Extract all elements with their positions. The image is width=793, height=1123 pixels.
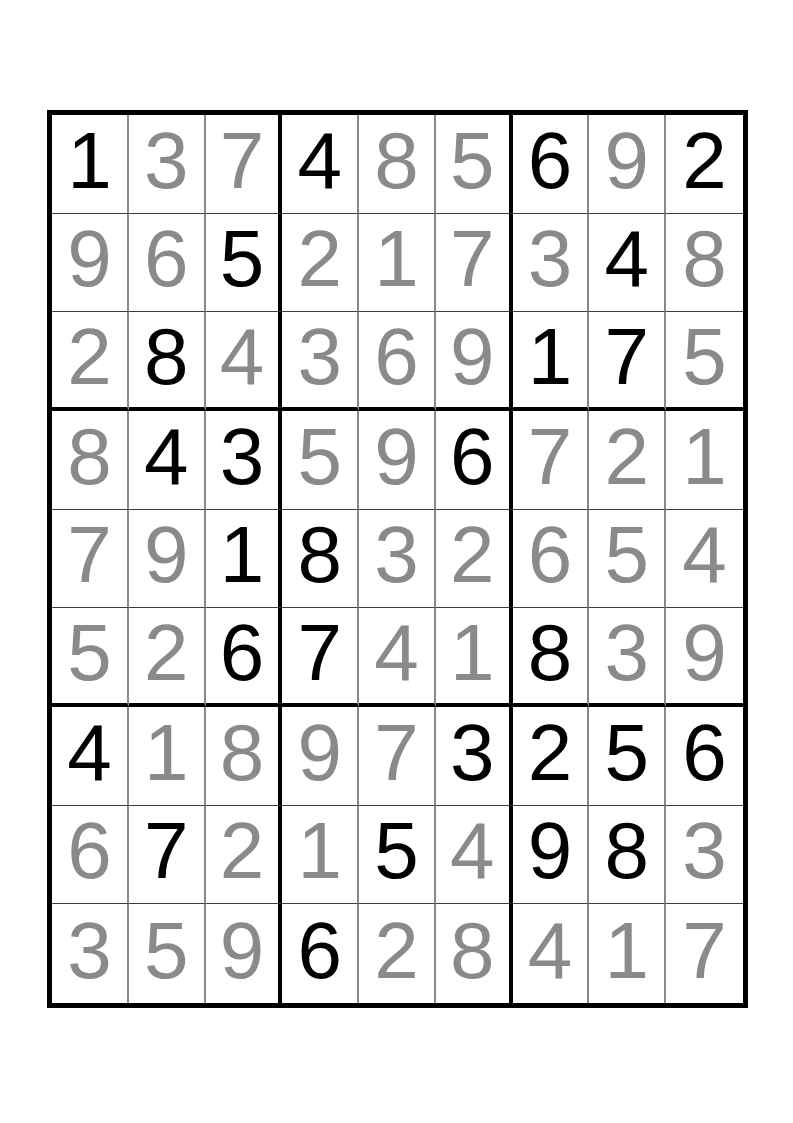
cell-r2c3: 5 [206,214,283,313]
cell-r6c6: 1 [436,608,513,707]
cell-r6c1: 5 [52,608,129,707]
cell-r7c5: 7 [359,707,436,806]
cell-r5c4: 8 [282,510,359,609]
cell-r8c8: 8 [589,806,666,905]
cell-r9c7: 4 [513,904,590,1003]
cell-r7c8: 5 [589,707,666,806]
cell-r2c8: 4 [589,214,666,313]
cell-r9c6: 8 [436,904,513,1003]
cell-r1c6: 5 [436,115,513,214]
cell-r1c2: 3 [129,115,206,214]
cell-r6c8: 3 [589,608,666,707]
cell-r7c3: 8 [206,707,283,806]
cell-r5c8: 5 [589,510,666,609]
cell-r2c7: 3 [513,214,590,313]
sudoku-board: 1374856929652173482843691758435967217918… [47,110,748,1008]
cell-r8c4: 1 [282,806,359,905]
cell-r2c2: 6 [129,214,206,313]
cell-r3c3: 4 [206,312,283,411]
cell-r3c6: 9 [436,312,513,411]
cell-r3c9: 5 [666,312,743,411]
cell-r8c7: 9 [513,806,590,905]
cell-r5c1: 7 [52,510,129,609]
cell-r3c8: 7 [589,312,666,411]
cell-r8c1: 6 [52,806,129,905]
cell-r1c5: 8 [359,115,436,214]
cell-r9c5: 2 [359,904,436,1003]
cell-r7c7: 2 [513,707,590,806]
cell-r6c3: 6 [206,608,283,707]
cell-r1c4: 4 [282,115,359,214]
cell-r2c6: 7 [436,214,513,313]
cell-r9c2: 5 [129,904,206,1003]
cell-r5c5: 3 [359,510,436,609]
cell-r8c9: 3 [666,806,743,905]
cell-r2c1: 9 [52,214,129,313]
cell-r6c2: 2 [129,608,206,707]
cell-r1c7: 6 [513,115,590,214]
cell-r5c3: 1 [206,510,283,609]
cell-r1c8: 9 [589,115,666,214]
cell-r7c2: 1 [129,707,206,806]
cell-r9c3: 9 [206,904,283,1003]
cell-r1c3: 7 [206,115,283,214]
cell-r9c9: 7 [666,904,743,1003]
cell-r5c7: 6 [513,510,590,609]
cell-r3c7: 1 [513,312,590,411]
cell-r8c6: 4 [436,806,513,905]
cell-r5c9: 4 [666,510,743,609]
cell-r2c4: 2 [282,214,359,313]
cell-r1c9: 2 [666,115,743,214]
cell-r4c9: 1 [666,411,743,510]
cell-r4c7: 7 [513,411,590,510]
cell-r4c3: 3 [206,411,283,510]
cell-r3c1: 2 [52,312,129,411]
cell-r4c1: 8 [52,411,129,510]
cell-r2c9: 8 [666,214,743,313]
cell-r7c4: 9 [282,707,359,806]
cell-r7c1: 4 [52,707,129,806]
cell-r6c9: 9 [666,608,743,707]
cell-r9c4: 6 [282,904,359,1003]
cell-r4c2: 4 [129,411,206,510]
cell-r8c3: 2 [206,806,283,905]
cell-r1c1: 1 [52,115,129,214]
cell-r4c6: 6 [436,411,513,510]
cell-r9c1: 3 [52,904,129,1003]
cell-r4c8: 2 [589,411,666,510]
cell-r4c5: 9 [359,411,436,510]
cell-r7c6: 3 [436,707,513,806]
cell-r3c5: 6 [359,312,436,411]
cell-r7c9: 6 [666,707,743,806]
cell-r4c4: 5 [282,411,359,510]
cell-r8c2: 7 [129,806,206,905]
cell-r9c8: 1 [589,904,666,1003]
cell-r8c5: 5 [359,806,436,905]
cell-r2c5: 1 [359,214,436,313]
cell-r5c2: 9 [129,510,206,609]
cell-r5c6: 2 [436,510,513,609]
cell-r6c5: 4 [359,608,436,707]
cell-r3c2: 8 [129,312,206,411]
cell-r3c4: 3 [282,312,359,411]
cell-r6c4: 7 [282,608,359,707]
cell-r6c7: 8 [513,608,590,707]
